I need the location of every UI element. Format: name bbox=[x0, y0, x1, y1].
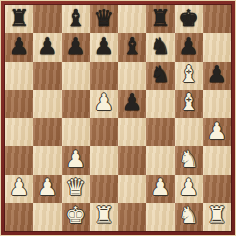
chess-board: ♜♝♛♜♚♟♟♟♟♝♞♟♞♝♟♟♟♝♟♟♞♟♟♛♟♟♚♜♞♜ bbox=[5, 5, 231, 231]
square-f6[interactable]: ♞ bbox=[146, 62, 174, 90]
square-c2[interactable]: ♛ bbox=[62, 175, 90, 203]
square-a2[interactable]: ♟ bbox=[5, 175, 33, 203]
square-h2[interactable] bbox=[203, 175, 231, 203]
square-g3[interactable]: ♞ bbox=[175, 146, 203, 174]
square-h3[interactable] bbox=[203, 146, 231, 174]
square-a8[interactable]: ♜ bbox=[5, 5, 33, 33]
square-f8[interactable]: ♜ bbox=[146, 5, 174, 33]
piece-black-pawn[interactable]: ♟ bbox=[207, 63, 228, 86]
piece-black-pawn[interactable]: ♟ bbox=[178, 35, 199, 58]
square-h7[interactable] bbox=[203, 33, 231, 61]
piece-white-pawn[interactable]: ♟ bbox=[150, 176, 171, 199]
piece-white-pawn[interactable]: ♟ bbox=[37, 176, 58, 199]
square-f2[interactable]: ♟ bbox=[146, 175, 174, 203]
square-b4[interactable] bbox=[33, 118, 61, 146]
square-a6[interactable] bbox=[5, 62, 33, 90]
piece-black-rook[interactable]: ♜ bbox=[9, 7, 30, 30]
square-f4[interactable] bbox=[146, 118, 174, 146]
square-h8[interactable] bbox=[203, 5, 231, 33]
square-d1[interactable]: ♜ bbox=[90, 203, 118, 231]
piece-black-knight[interactable]: ♞ bbox=[150, 35, 171, 58]
square-e4[interactable] bbox=[118, 118, 146, 146]
piece-black-pawn[interactable]: ♟ bbox=[9, 35, 30, 58]
square-f1[interactable] bbox=[146, 203, 174, 231]
square-g5[interactable]: ♝ bbox=[175, 90, 203, 118]
piece-white-pawn[interactable]: ♟ bbox=[9, 176, 30, 199]
piece-white-knight[interactable]: ♞ bbox=[178, 148, 199, 171]
square-g4[interactable] bbox=[175, 118, 203, 146]
square-h5[interactable] bbox=[203, 90, 231, 118]
piece-white-pawn[interactable]: ♟ bbox=[65, 148, 86, 171]
square-b2[interactable]: ♟ bbox=[33, 175, 61, 203]
piece-black-pawn[interactable]: ♟ bbox=[122, 91, 143, 114]
board-frame: ♜♝♛♜♚♟♟♟♟♝♞♟♞♝♟♟♟♝♟♟♞♟♟♛♟♟♚♜♞♜ bbox=[0, 0, 236, 236]
square-d4[interactable] bbox=[90, 118, 118, 146]
square-a4[interactable] bbox=[5, 118, 33, 146]
square-c7[interactable]: ♟ bbox=[62, 33, 90, 61]
square-d3[interactable] bbox=[90, 146, 118, 174]
square-g6[interactable]: ♝ bbox=[175, 62, 203, 90]
square-b1[interactable] bbox=[33, 203, 61, 231]
square-c1[interactable]: ♚ bbox=[62, 203, 90, 231]
square-a5[interactable] bbox=[5, 90, 33, 118]
square-e8[interactable] bbox=[118, 5, 146, 33]
square-d2[interactable] bbox=[90, 175, 118, 203]
square-f5[interactable] bbox=[146, 90, 174, 118]
square-e7[interactable]: ♝ bbox=[118, 33, 146, 61]
piece-white-pawn[interactable]: ♟ bbox=[94, 91, 115, 114]
square-d5[interactable]: ♟ bbox=[90, 90, 118, 118]
piece-black-knight[interactable]: ♞ bbox=[150, 63, 171, 86]
square-g7[interactable]: ♟ bbox=[175, 33, 203, 61]
square-d8[interactable]: ♛ bbox=[90, 5, 118, 33]
piece-white-king[interactable]: ♚ bbox=[65, 204, 86, 227]
square-b8[interactable] bbox=[33, 5, 61, 33]
square-e5[interactable]: ♟ bbox=[118, 90, 146, 118]
square-g8[interactable]: ♚ bbox=[175, 5, 203, 33]
piece-white-bishop[interactable]: ♝ bbox=[178, 91, 199, 114]
square-c5[interactable] bbox=[62, 90, 90, 118]
square-d6[interactable] bbox=[90, 62, 118, 90]
piece-black-bishop[interactable]: ♝ bbox=[65, 7, 86, 30]
piece-black-queen[interactable]: ♛ bbox=[94, 7, 115, 30]
piece-black-king[interactable]: ♚ bbox=[178, 7, 199, 30]
square-b6[interactable] bbox=[33, 62, 61, 90]
square-b5[interactable] bbox=[33, 90, 61, 118]
piece-black-pawn[interactable]: ♟ bbox=[94, 35, 115, 58]
square-c3[interactable]: ♟ bbox=[62, 146, 90, 174]
square-f3[interactable] bbox=[146, 146, 174, 174]
piece-black-bishop[interactable]: ♝ bbox=[122, 35, 143, 58]
piece-white-queen[interactable]: ♛ bbox=[65, 176, 86, 199]
square-e2[interactable] bbox=[118, 175, 146, 203]
piece-white-bishop[interactable]: ♝ bbox=[178, 63, 199, 86]
square-c6[interactable] bbox=[62, 62, 90, 90]
piece-white-rook[interactable]: ♜ bbox=[94, 204, 115, 227]
piece-white-knight[interactable]: ♞ bbox=[178, 204, 199, 227]
square-c8[interactable]: ♝ bbox=[62, 5, 90, 33]
piece-white-pawn[interactable]: ♟ bbox=[178, 176, 199, 199]
piece-white-pawn[interactable]: ♟ bbox=[207, 120, 228, 143]
square-a1[interactable] bbox=[5, 203, 33, 231]
square-b3[interactable] bbox=[33, 146, 61, 174]
square-e6[interactable] bbox=[118, 62, 146, 90]
square-h1[interactable]: ♜ bbox=[203, 203, 231, 231]
square-h6[interactable]: ♟ bbox=[203, 62, 231, 90]
square-d7[interactable]: ♟ bbox=[90, 33, 118, 61]
square-a7[interactable]: ♟ bbox=[5, 33, 33, 61]
square-c4[interactable] bbox=[62, 118, 90, 146]
square-h4[interactable]: ♟ bbox=[203, 118, 231, 146]
square-g1[interactable]: ♞ bbox=[175, 203, 203, 231]
square-b7[interactable]: ♟ bbox=[33, 33, 61, 61]
piece-white-rook[interactable]: ♜ bbox=[207, 204, 228, 227]
square-f7[interactable]: ♞ bbox=[146, 33, 174, 61]
piece-black-rook[interactable]: ♜ bbox=[150, 7, 171, 30]
piece-black-pawn[interactable]: ♟ bbox=[65, 35, 86, 58]
square-g2[interactable]: ♟ bbox=[175, 175, 203, 203]
square-e3[interactable] bbox=[118, 146, 146, 174]
piece-black-pawn[interactable]: ♟ bbox=[37, 35, 58, 58]
square-e1[interactable] bbox=[118, 203, 146, 231]
square-a3[interactable] bbox=[5, 146, 33, 174]
